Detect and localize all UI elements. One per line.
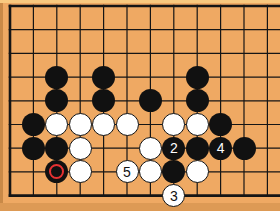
stone-white[interactable] xyxy=(139,137,162,160)
stone-black[interactable] xyxy=(186,89,209,112)
stone-black[interactable] xyxy=(186,66,209,89)
stone-black[interactable] xyxy=(186,137,209,160)
stone-white[interactable] xyxy=(186,113,209,136)
stone-white[interactable] xyxy=(92,113,115,136)
move-number-label: 2 xyxy=(170,141,178,155)
stone-white[interactable] xyxy=(69,113,92,136)
circle-marker-icon xyxy=(49,164,64,179)
move-number-label: 5 xyxy=(123,165,131,179)
stone-white[interactable] xyxy=(69,160,92,183)
stone-white-move-5[interactable]: 5 xyxy=(116,160,139,183)
stone-black[interactable] xyxy=(92,66,115,89)
stone-black[interactable] xyxy=(45,137,68,160)
move-number-label: 4 xyxy=(217,141,225,155)
stone-black[interactable] xyxy=(209,113,232,136)
go-board[interactable]: 2453 xyxy=(0,0,280,211)
stone-white[interactable] xyxy=(186,160,209,183)
move-number-label: 3 xyxy=(170,189,178,203)
stone-black[interactable] xyxy=(45,66,68,89)
stone-black[interactable] xyxy=(22,137,45,160)
stone-white[interactable] xyxy=(116,113,139,136)
stone-black-move-4[interactable]: 4 xyxy=(209,137,232,160)
stone-black[interactable] xyxy=(22,113,45,136)
stone-black-move-2[interactable]: 2 xyxy=(162,137,185,160)
stone-white[interactable] xyxy=(69,137,92,160)
stone-black[interactable] xyxy=(233,137,256,160)
